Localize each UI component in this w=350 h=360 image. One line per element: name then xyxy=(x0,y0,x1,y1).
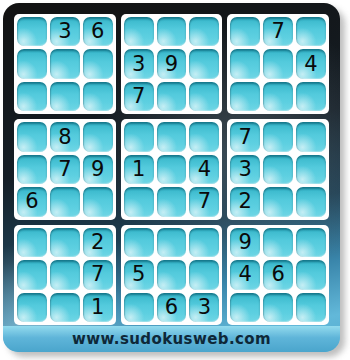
sudoku-cell[interactable] xyxy=(124,17,154,46)
sudoku-cell[interactable] xyxy=(230,82,260,111)
sudoku-cell[interactable] xyxy=(50,49,80,78)
sudoku-cell[interactable] xyxy=(17,49,47,78)
sudoku-cell[interactable]: 9 xyxy=(83,155,113,184)
sudoku-box: 563 xyxy=(121,225,223,325)
sudoku-cell[interactable]: 6 xyxy=(17,187,47,216)
sudoku-cell[interactable] xyxy=(17,260,47,289)
sudoku-box: 74 xyxy=(227,14,329,114)
sudoku-board: 36397748796147732271563946 www.sudokuswe… xyxy=(3,3,340,352)
sudoku-cell[interactable] xyxy=(157,155,187,184)
sudoku-cell[interactable] xyxy=(50,187,80,216)
sudoku-cell[interactable]: 1 xyxy=(124,155,154,184)
sudoku-cell[interactable] xyxy=(263,293,293,322)
sudoku-cell[interactable] xyxy=(189,228,219,257)
sudoku-cell[interactable] xyxy=(50,293,80,322)
sudoku-cell[interactable] xyxy=(157,260,187,289)
sudoku-cell[interactable] xyxy=(296,293,326,322)
sudoku-box: 8796 xyxy=(14,119,116,219)
sudoku-cell[interactable]: 7 xyxy=(124,82,154,111)
sudoku-cell[interactable] xyxy=(296,228,326,257)
sudoku-cell[interactable]: 3 xyxy=(230,155,260,184)
sudoku-cell[interactable] xyxy=(189,49,219,78)
sudoku-cell[interactable]: 7 xyxy=(189,187,219,216)
sudoku-box: 36 xyxy=(14,14,116,114)
sudoku-box: 732 xyxy=(227,119,329,219)
footer-bar: www.sudokusweb.com xyxy=(3,326,340,352)
website-url: www.sudokusweb.com xyxy=(72,330,271,348)
sudoku-cell[interactable] xyxy=(83,187,113,216)
sudoku-cell[interactable]: 1 xyxy=(83,293,113,322)
sudoku-cell[interactable] xyxy=(263,49,293,78)
sudoku-box: 946 xyxy=(227,225,329,325)
sudoku-cell[interactable] xyxy=(157,17,187,46)
sudoku-grid: 36397748796147732271563946 xyxy=(14,14,329,325)
sudoku-cell[interactable] xyxy=(263,122,293,151)
sudoku-cell[interactable] xyxy=(189,260,219,289)
sudoku-cell[interactable]: 9 xyxy=(230,228,260,257)
sudoku-cell[interactable] xyxy=(263,82,293,111)
sudoku-cell[interactable]: 6 xyxy=(157,293,187,322)
sudoku-cell[interactable]: 7 xyxy=(230,122,260,151)
sudoku-cell[interactable]: 2 xyxy=(230,187,260,216)
sudoku-cell[interactable] xyxy=(296,82,326,111)
sudoku-box: 147 xyxy=(121,119,223,219)
sudoku-cell[interactable] xyxy=(17,293,47,322)
sudoku-cell[interactable]: 9 xyxy=(157,49,187,78)
sudoku-cell[interactable]: 2 xyxy=(83,228,113,257)
sudoku-cell[interactable] xyxy=(124,187,154,216)
sudoku-cell[interactable] xyxy=(157,187,187,216)
sudoku-cell[interactable] xyxy=(189,17,219,46)
sudoku-screenshot: 36397748796147732271563946 www.sudokuswe… xyxy=(0,0,350,360)
sudoku-cell[interactable] xyxy=(50,228,80,257)
sudoku-box: 271 xyxy=(14,225,116,325)
sudoku-box: 397 xyxy=(121,14,223,114)
sudoku-cell[interactable]: 3 xyxy=(189,293,219,322)
sudoku-cell[interactable] xyxy=(263,155,293,184)
sudoku-cell[interactable] xyxy=(263,187,293,216)
sudoku-cell[interactable] xyxy=(50,260,80,289)
sudoku-cell[interactable] xyxy=(17,228,47,257)
sudoku-cell[interactable]: 7 xyxy=(83,260,113,289)
sudoku-cell[interactable] xyxy=(296,155,326,184)
sudoku-cell[interactable] xyxy=(17,122,47,151)
sudoku-cell[interactable] xyxy=(17,17,47,46)
sudoku-cell[interactable] xyxy=(124,228,154,257)
sudoku-cell[interactable]: 3 xyxy=(50,17,80,46)
sudoku-cell[interactable]: 7 xyxy=(263,17,293,46)
sudoku-cell[interactable] xyxy=(189,82,219,111)
sudoku-cell[interactable] xyxy=(296,260,326,289)
sudoku-cell[interactable] xyxy=(83,82,113,111)
sudoku-cell[interactable] xyxy=(17,155,47,184)
sudoku-cell[interactable] xyxy=(124,122,154,151)
sudoku-cell[interactable] xyxy=(124,293,154,322)
sudoku-cell[interactable]: 6 xyxy=(83,17,113,46)
sudoku-cell[interactable] xyxy=(189,122,219,151)
sudoku-cell[interactable] xyxy=(157,82,187,111)
sudoku-cell[interactable] xyxy=(157,228,187,257)
sudoku-cell[interactable] xyxy=(296,187,326,216)
sudoku-cell[interactable] xyxy=(83,122,113,151)
sudoku-cell[interactable]: 4 xyxy=(189,155,219,184)
sudoku-cell[interactable]: 8 xyxy=(50,122,80,151)
sudoku-cell[interactable] xyxy=(17,82,47,111)
sudoku-cell[interactable] xyxy=(83,49,113,78)
sudoku-cell[interactable]: 5 xyxy=(124,260,154,289)
sudoku-cell[interactable] xyxy=(157,122,187,151)
sudoku-cell[interactable]: 6 xyxy=(263,260,293,289)
sudoku-cell[interactable]: 7 xyxy=(50,155,80,184)
sudoku-cell[interactable]: 3 xyxy=(124,49,154,78)
sudoku-cell[interactable]: 4 xyxy=(230,260,260,289)
sudoku-cell[interactable] xyxy=(230,49,260,78)
sudoku-cell[interactable]: 4 xyxy=(296,49,326,78)
sudoku-cell[interactable] xyxy=(296,122,326,151)
sudoku-cell[interactable] xyxy=(296,17,326,46)
sudoku-cell[interactable] xyxy=(230,293,260,322)
sudoku-cell[interactable] xyxy=(263,228,293,257)
sudoku-cell[interactable] xyxy=(230,17,260,46)
sudoku-cell[interactable] xyxy=(50,82,80,111)
